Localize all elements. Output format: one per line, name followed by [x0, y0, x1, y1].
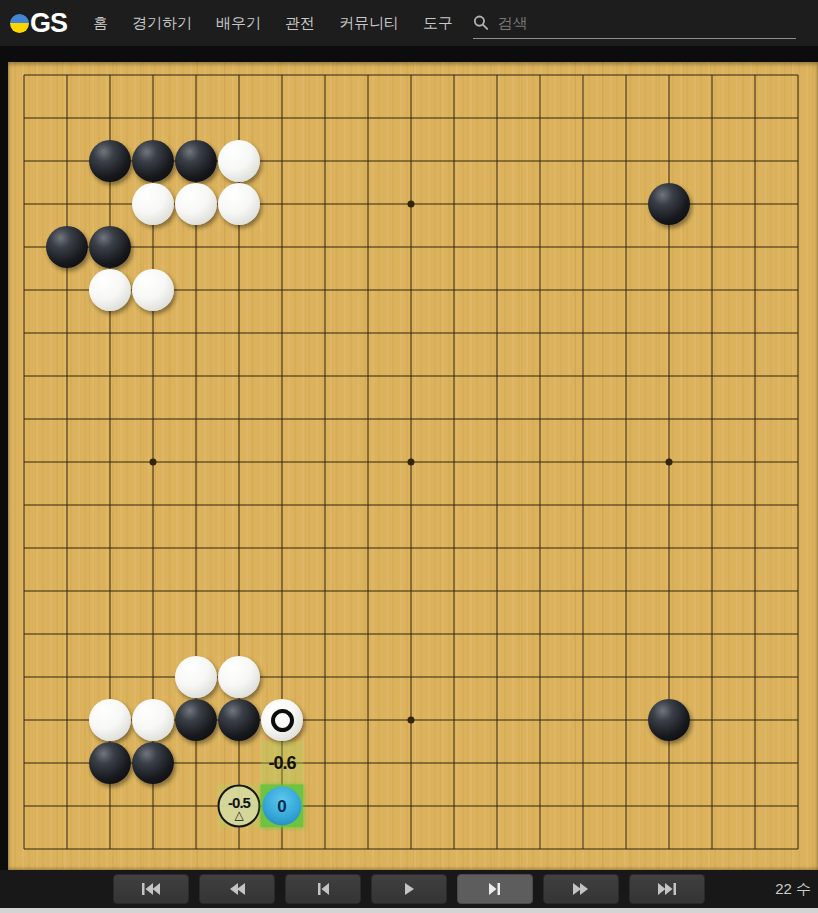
- step-forward-button[interactable]: [457, 874, 533, 904]
- ai-best-move-marker[interactable]: 0: [263, 787, 302, 826]
- logo-stone-icon: [10, 14, 29, 33]
- move-counter: 22 수: [775, 870, 811, 908]
- goban[interactable]: -0.6-0.5△0: [8, 62, 818, 870]
- white-stone-E16: [175, 183, 217, 225]
- white-stone-D14: [132, 269, 174, 311]
- black-stone-Q16: [648, 183, 690, 225]
- last-move-circle-marker: [271, 709, 294, 732]
- bottom-edge: [0, 908, 818, 913]
- nav-item-home[interactable]: 홈: [93, 14, 108, 33]
- white-stone-F16: [218, 183, 260, 225]
- white-stone-F5: [218, 656, 260, 698]
- white-stone-C4: [89, 699, 131, 741]
- nav-item-watch[interactable]: 관전: [285, 14, 315, 33]
- black-stone-C3: [89, 742, 131, 784]
- jump-to-end-icon: [655, 881, 679, 897]
- search-icon: [473, 14, 489, 31]
- black-stone-E17: [175, 140, 217, 182]
- black-stone-F4: [218, 699, 260, 741]
- fast-forward-button[interactable]: [543, 874, 619, 904]
- ai-score-text[interactable]: -0.6: [268, 753, 295, 774]
- nav-item-learn[interactable]: 배우기: [216, 14, 261, 33]
- playback-control-bar: 22 수: [0, 870, 818, 908]
- step-back-icon: [311, 881, 335, 897]
- step-forward-icon: [483, 881, 507, 897]
- black-stone-Q4: [648, 699, 690, 741]
- ai-best-score: 0: [277, 796, 286, 816]
- step-back-button[interactable]: [285, 874, 361, 904]
- fast-rewind-button[interactable]: [199, 874, 275, 904]
- jump-to-start-icon: [139, 881, 163, 897]
- fast-forward-icon: [569, 881, 593, 897]
- black-stone-E4: [175, 699, 217, 741]
- nav-item-play[interactable]: 경기하기: [132, 14, 192, 33]
- black-stone-D17: [132, 140, 174, 182]
- play-button[interactable]: [371, 874, 447, 904]
- board-grid: [8, 62, 818, 870]
- black-stone-D3: [132, 742, 174, 784]
- ogs-logo[interactable]: GS: [10, 8, 67, 39]
- logo-text: GS: [30, 8, 67, 39]
- triangle-icon: △: [234, 810, 243, 820]
- fast-rewind-icon: [225, 881, 249, 897]
- white-stone-D4: [132, 699, 174, 741]
- white-stone-E5: [175, 656, 217, 698]
- top-nav-bar: GS 홈 경기하기 배우기 관전 커뮤니티 도구: [0, 0, 818, 46]
- search-input[interactable]: [496, 13, 796, 32]
- white-stone-C14: [89, 269, 131, 311]
- play-icon: [397, 881, 421, 897]
- black-stone-B15: [46, 226, 88, 268]
- white-stone-G4: [261, 699, 303, 741]
- nav-item-tools[interactable]: 도구: [423, 14, 453, 33]
- search-box: [473, 8, 796, 39]
- ai-played-move-marker[interactable]: -0.5△: [218, 785, 261, 828]
- jump-to-end-button[interactable]: [629, 874, 705, 904]
- jump-to-start-button[interactable]: [113, 874, 189, 904]
- black-stone-C15: [89, 226, 131, 268]
- white-stone-D16: [132, 183, 174, 225]
- white-stone-F17: [218, 140, 260, 182]
- main-nav: 홈 경기하기 배우기 관전 커뮤니티 도구: [93, 14, 453, 33]
- black-stone-C17: [89, 140, 131, 182]
- nav-item-community[interactable]: 커뮤니티: [339, 14, 399, 33]
